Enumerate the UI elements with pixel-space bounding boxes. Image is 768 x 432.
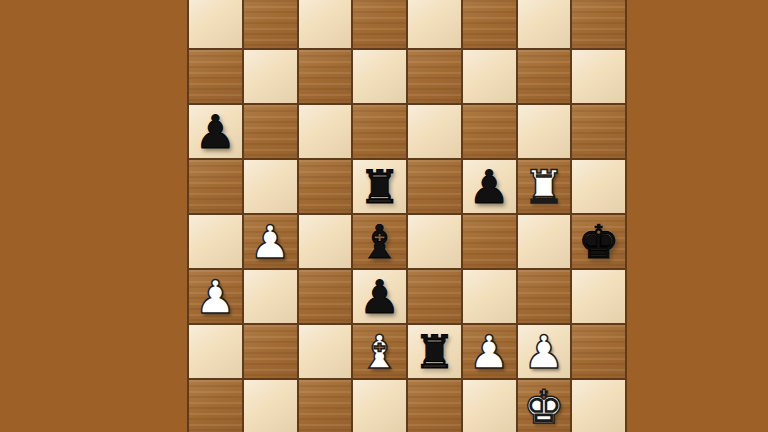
square-b8[interactable] [244, 0, 297, 48]
square-e3[interactable] [408, 270, 461, 323]
square-a7[interactable] [189, 50, 242, 103]
square-h6[interactable] [572, 105, 625, 158]
piece-black-pawn-d3[interactable]: ♟ [359, 274, 400, 320]
square-d4[interactable]: ♝ [353, 215, 406, 268]
square-e5[interactable] [408, 160, 461, 213]
square-c7[interactable] [299, 50, 352, 103]
square-d7[interactable] [353, 50, 406, 103]
square-a8[interactable] [189, 0, 242, 48]
square-e8[interactable] [408, 0, 461, 48]
square-a5[interactable] [189, 160, 242, 213]
square-a4[interactable] [189, 215, 242, 268]
square-b5[interactable] [244, 160, 297, 213]
piece-black-rook-d5[interactable]: ♜ [359, 164, 400, 210]
square-a2[interactable] [189, 325, 242, 378]
square-f1[interactable] [463, 380, 516, 432]
piece-black-rook-e2[interactable]: ♜ [414, 329, 455, 375]
square-h4[interactable]: ♚ [572, 215, 625, 268]
piece-white-bishop-d2[interactable]: ♝ [359, 329, 400, 375]
square-e7[interactable] [408, 50, 461, 103]
square-b2[interactable] [244, 325, 297, 378]
square-b7[interactable] [244, 50, 297, 103]
square-g3[interactable] [518, 270, 571, 323]
piece-white-king-g1[interactable]: ♚ [523, 384, 564, 430]
square-d3[interactable]: ♟ [353, 270, 406, 323]
square-d6[interactable] [353, 105, 406, 158]
square-b6[interactable] [244, 105, 297, 158]
square-b1[interactable] [244, 380, 297, 432]
square-e1[interactable] [408, 380, 461, 432]
square-g8[interactable] [518, 0, 571, 48]
square-g7[interactable] [518, 50, 571, 103]
square-g2[interactable]: ♟ [518, 325, 571, 378]
square-c1[interactable] [299, 380, 352, 432]
square-d2[interactable]: ♝ [353, 325, 406, 378]
piece-black-pawn-f5[interactable]: ♟ [469, 164, 510, 210]
piece-black-king-h4[interactable]: ♚ [578, 219, 619, 265]
square-h3[interactable] [572, 270, 625, 323]
square-h8[interactable] [572, 0, 625, 48]
piece-white-pawn-a3[interactable]: ♟ [195, 274, 236, 320]
square-b3[interactable] [244, 270, 297, 323]
square-c4[interactable] [299, 215, 352, 268]
square-e6[interactable] [408, 105, 461, 158]
square-c3[interactable] [299, 270, 352, 323]
square-e4[interactable] [408, 215, 461, 268]
square-g6[interactable] [518, 105, 571, 158]
square-f5[interactable]: ♟ [463, 160, 516, 213]
square-d5[interactable]: ♜ [353, 160, 406, 213]
square-h1[interactable] [572, 380, 625, 432]
piece-black-bishop-d4[interactable]: ♝ [359, 219, 400, 265]
square-f3[interactable] [463, 270, 516, 323]
square-a1[interactable] [189, 380, 242, 432]
page-background: ♟♜♟♜♟♝♚♟♟♝♜♟♟♚ [0, 0, 768, 432]
square-g4[interactable] [518, 215, 571, 268]
piece-white-rook-g5[interactable]: ♜ [523, 164, 564, 210]
square-h2[interactable] [572, 325, 625, 378]
piece-white-pawn-g2[interactable]: ♟ [523, 329, 564, 375]
square-g1[interactable]: ♚ [518, 380, 571, 432]
square-f4[interactable] [463, 215, 516, 268]
square-c2[interactable] [299, 325, 352, 378]
chess-board: ♟♜♟♜♟♝♚♟♟♝♜♟♟♚ [187, 0, 627, 432]
square-h5[interactable] [572, 160, 625, 213]
square-g5[interactable]: ♜ [518, 160, 571, 213]
piece-white-pawn-f2[interactable]: ♟ [469, 329, 510, 375]
square-f2[interactable]: ♟ [463, 325, 516, 378]
square-h7[interactable] [572, 50, 625, 103]
square-d8[interactable] [353, 0, 406, 48]
square-c5[interactable] [299, 160, 352, 213]
square-d1[interactable] [353, 380, 406, 432]
square-c6[interactable] [299, 105, 352, 158]
square-a3[interactable]: ♟ [189, 270, 242, 323]
square-f8[interactable] [463, 0, 516, 48]
square-e2[interactable]: ♜ [408, 325, 461, 378]
square-b4[interactable]: ♟ [244, 215, 297, 268]
square-f7[interactable] [463, 50, 516, 103]
piece-white-pawn-b4[interactable]: ♟ [250, 219, 291, 265]
square-c8[interactable] [299, 0, 352, 48]
square-a6[interactable]: ♟ [189, 105, 242, 158]
square-f6[interactable] [463, 105, 516, 158]
piece-black-pawn-a6[interactable]: ♟ [195, 109, 236, 155]
